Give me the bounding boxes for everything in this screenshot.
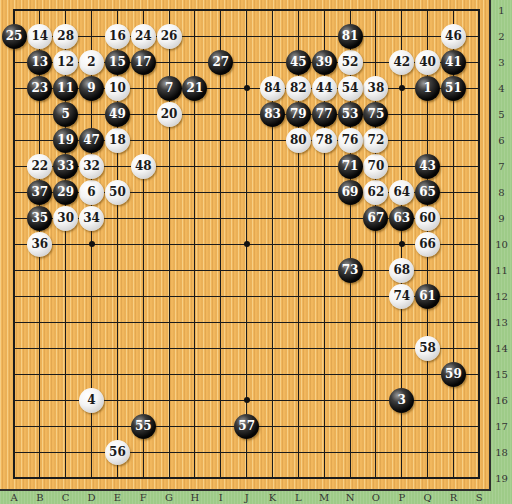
- stone-move-number: 19: [57, 134, 74, 146]
- stone-black-p16[interactable]: 3: [389, 388, 414, 413]
- stone-move-number: 17: [135, 56, 152, 68]
- stone-move-number: 21: [187, 82, 204, 94]
- stone-black-o5[interactable]: 75: [363, 102, 388, 127]
- row-label-9: 9: [491, 213, 512, 224]
- stone-black-n5[interactable]: 53: [338, 102, 363, 127]
- stone-white-o7[interactable]: 70: [363, 154, 388, 179]
- row-label-13: 13: [491, 317, 512, 328]
- stone-move-number: 20: [161, 108, 178, 120]
- stone-move-number: 75: [368, 108, 385, 120]
- stone-black-m3[interactable]: 39: [312, 50, 337, 75]
- stone-white-m6[interactable]: 78: [312, 128, 337, 153]
- stone-white-q14[interactable]: 58: [415, 336, 440, 361]
- stone-move-number: 18: [109, 134, 126, 146]
- stone-move-number: 66: [419, 238, 436, 250]
- stone-move-number: 49: [109, 108, 126, 120]
- stone-move-number: 53: [342, 108, 359, 120]
- stone-move-number: 80: [290, 134, 307, 146]
- stone-move-number: 60: [419, 212, 436, 224]
- row-label-8: 8: [491, 187, 512, 198]
- stone-white-q3[interactable]: 40: [415, 50, 440, 75]
- row-label-1: 1: [491, 5, 512, 16]
- column-label-l: L: [295, 491, 302, 504]
- row-label-10: 10: [491, 239, 512, 250]
- stone-black-n2[interactable]: 81: [338, 24, 363, 49]
- stone-move-number: 72: [368, 134, 385, 146]
- column-label-m: M: [319, 491, 329, 504]
- stone-move-number: 70: [368, 160, 385, 172]
- stone-white-o4[interactable]: 38: [363, 76, 388, 101]
- stone-move-number: 36: [31, 238, 48, 250]
- stone-black-n8[interactable]: 69: [338, 180, 363, 205]
- stone-move-number: 12: [57, 56, 74, 68]
- stone-black-h4[interactable]: 21: [182, 76, 207, 101]
- stone-move-number: 54: [342, 82, 359, 94]
- stone-black-r4[interactable]: 51: [441, 76, 466, 101]
- stone-move-number: 51: [445, 82, 462, 94]
- row-label-3: 3: [491, 57, 512, 68]
- stone-move-number: 55: [135, 420, 152, 432]
- stone-move-number: 64: [393, 186, 410, 198]
- stone-white-p8[interactable]: 64: [389, 180, 414, 205]
- stone-black-q4[interactable]: 1: [415, 76, 440, 101]
- stone-move-number: 59: [445, 368, 462, 380]
- stone-black-j17[interactable]: 57: [234, 414, 259, 439]
- stone-white-p3[interactable]: 42: [389, 50, 414, 75]
- column-label-g: G: [165, 491, 173, 504]
- stone-move-number: 5: [62, 108, 70, 120]
- stone-white-p12[interactable]: 74: [389, 284, 414, 309]
- stone-black-q7[interactable]: 43: [415, 154, 440, 179]
- stone-move-number: 67: [368, 212, 385, 224]
- stone-move-number: 43: [419, 160, 436, 172]
- stone-white-c2[interactable]: 28: [53, 24, 78, 49]
- stone-black-q12[interactable]: 61: [415, 284, 440, 309]
- stone-black-b3[interactable]: 13: [27, 50, 52, 75]
- stone-move-number: 34: [83, 212, 100, 224]
- row-label-5: 5: [491, 109, 512, 120]
- star-point-j10: [244, 241, 250, 247]
- column-label-o: O: [372, 491, 380, 504]
- stone-move-number: 44: [316, 82, 333, 94]
- row-label-15: 15: [491, 369, 512, 380]
- stone-move-number: 68: [393, 264, 410, 276]
- stone-move-number: 1: [423, 82, 431, 94]
- stone-move-number: 22: [31, 160, 48, 172]
- stone-white-q10[interactable]: 66: [415, 232, 440, 257]
- stone-white-c9[interactable]: 30: [53, 206, 78, 231]
- stone-move-number: 25: [6, 30, 23, 42]
- stone-move-number: 39: [316, 56, 333, 68]
- go-board[interactable]: 1234567910111213141516171819202122232425…: [0, 0, 491, 491]
- column-label-j: J: [245, 491, 249, 504]
- column-label-r: R: [450, 491, 458, 504]
- stone-black-e5[interactable]: 49: [105, 102, 130, 127]
- stone-black-l3[interactable]: 45: [286, 50, 311, 75]
- stone-move-number: 47: [83, 134, 100, 146]
- row-label-7: 7: [491, 161, 512, 172]
- stone-black-i3[interactable]: 27: [208, 50, 233, 75]
- stone-white-b7[interactable]: 22: [27, 154, 52, 179]
- stone-black-b8[interactable]: 37: [27, 180, 52, 205]
- stone-black-g4[interactable]: 7: [157, 76, 182, 101]
- stone-move-number: 27: [212, 56, 229, 68]
- stone-move-number: 28: [57, 30, 74, 42]
- stone-move-number: 4: [87, 394, 95, 406]
- stone-white-f2[interactable]: 24: [131, 24, 156, 49]
- stone-move-number: 46: [445, 30, 462, 42]
- stone-move-number: 42: [393, 56, 410, 68]
- stone-move-number: 37: [31, 186, 48, 198]
- stone-black-f3[interactable]: 17: [131, 50, 156, 75]
- stone-white-e4[interactable]: 10: [105, 76, 130, 101]
- star-point-j16: [244, 397, 250, 403]
- stone-white-o6[interactable]: 72: [363, 128, 388, 153]
- bottom-coordinate-strip: ABCDEFGHIJKLMNOPQRS: [0, 491, 491, 504]
- stone-white-g2[interactable]: 26: [157, 24, 182, 49]
- stone-white-e18[interactable]: 56: [105, 440, 130, 465]
- stone-black-l5[interactable]: 79: [286, 102, 311, 127]
- stone-white-g5[interactable]: 20: [157, 102, 182, 127]
- stone-move-number: 62: [368, 186, 385, 198]
- stone-white-o8[interactable]: 62: [363, 180, 388, 205]
- stone-black-a2[interactable]: 25: [2, 24, 27, 49]
- row-label-17: 17: [491, 421, 512, 432]
- stone-black-f17[interactable]: 55: [131, 414, 156, 439]
- stone-white-d16[interactable]: 4: [79, 388, 104, 413]
- column-label-s: S: [476, 491, 483, 504]
- stone-move-number: 26: [161, 30, 178, 42]
- stone-move-number: 40: [419, 56, 436, 68]
- stone-white-b10[interactable]: 36: [27, 232, 52, 257]
- stone-move-number: 11: [57, 82, 74, 94]
- stone-black-b9[interactable]: 35: [27, 206, 52, 231]
- stone-move-number: 32: [83, 160, 100, 172]
- stone-move-number: 35: [31, 212, 48, 224]
- stone-move-number: 15: [109, 56, 126, 68]
- stone-move-number: 10: [109, 82, 126, 94]
- stone-move-number: 16: [109, 30, 126, 42]
- stone-move-number: 6: [87, 186, 95, 198]
- stone-black-e3[interactable]: 15: [105, 50, 130, 75]
- stone-black-c5[interactable]: 5: [53, 102, 78, 127]
- stone-move-number: 63: [393, 212, 410, 224]
- stone-white-m4[interactable]: 44: [312, 76, 337, 101]
- stone-move-number: 83: [264, 108, 281, 120]
- stone-move-number: 7: [165, 82, 173, 94]
- stone-white-l4[interactable]: 82: [286, 76, 311, 101]
- stone-move-number: 78: [316, 134, 333, 146]
- column-label-q: Q: [423, 491, 431, 504]
- stone-white-e2[interactable]: 16: [105, 24, 130, 49]
- stone-black-o9[interactable]: 67: [363, 206, 388, 231]
- row-label-4: 4: [491, 83, 512, 94]
- row-label-11: 11: [491, 265, 512, 276]
- row-label-16: 16: [491, 395, 512, 406]
- stone-move-number: 50: [109, 186, 126, 198]
- stone-white-f7[interactable]: 48: [131, 154, 156, 179]
- stone-white-d7[interactable]: 32: [79, 154, 104, 179]
- star-point-p4: [399, 85, 405, 91]
- stone-move-number: 38: [368, 82, 385, 94]
- stone-move-number: 45: [290, 56, 307, 68]
- stone-move-number: 74: [393, 290, 410, 302]
- stone-move-number: 41: [445, 56, 462, 68]
- stone-black-k5[interactable]: 83: [260, 102, 285, 127]
- row-label-19: 19: [491, 473, 512, 484]
- stone-move-number: 79: [290, 108, 307, 120]
- stone-white-d8[interactable]: 6: [79, 180, 104, 205]
- stone-move-number: 56: [109, 446, 126, 458]
- stone-black-c8[interactable]: 29: [53, 180, 78, 205]
- stone-white-n4[interactable]: 54: [338, 76, 363, 101]
- stone-black-r15[interactable]: 59: [441, 362, 466, 387]
- stone-white-n6[interactable]: 76: [338, 128, 363, 153]
- stone-black-m5[interactable]: 77: [312, 102, 337, 127]
- column-label-a: A: [10, 491, 17, 504]
- stone-white-n3[interactable]: 52: [338, 50, 363, 75]
- stone-move-number: 33: [57, 160, 74, 172]
- stone-move-number: 58: [419, 342, 436, 354]
- stone-black-p9[interactable]: 63: [389, 206, 414, 231]
- stone-move-number: 77: [316, 108, 333, 120]
- stone-move-number: 3: [398, 394, 406, 406]
- star-point-p10: [399, 241, 405, 247]
- stone-white-d3[interactable]: 2: [79, 50, 104, 75]
- star-point-j4: [244, 85, 250, 91]
- stone-white-d9[interactable]: 34: [79, 206, 104, 231]
- row-label-14: 14: [491, 343, 512, 354]
- stone-white-b2[interactable]: 14: [27, 24, 52, 49]
- column-label-p: P: [398, 491, 405, 504]
- row-label-12: 12: [491, 291, 512, 302]
- stone-black-d4[interactable]: 9: [79, 76, 104, 101]
- stone-black-n11[interactable]: 73: [338, 258, 363, 283]
- stone-white-p11[interactable]: 68: [389, 258, 414, 283]
- stone-move-number: 23: [31, 82, 48, 94]
- stone-white-k4[interactable]: 84: [260, 76, 285, 101]
- column-label-b: B: [36, 491, 43, 504]
- star-point-d10: [89, 241, 95, 247]
- column-label-e: E: [114, 491, 121, 504]
- stone-black-r3[interactable]: 41: [441, 50, 466, 75]
- stone-move-number: 69: [342, 186, 359, 198]
- column-label-i: I: [219, 491, 223, 504]
- stone-move-number: 84: [264, 82, 281, 94]
- stone-move-number: 2: [87, 56, 95, 68]
- stone-move-number: 57: [238, 420, 255, 432]
- stone-move-number: 73: [342, 264, 359, 276]
- stone-move-number: 30: [57, 212, 74, 224]
- row-label-6: 6: [491, 135, 512, 146]
- stone-black-c7[interactable]: 33: [53, 154, 78, 179]
- column-label-f: F: [140, 491, 147, 504]
- stone-move-number: 76: [342, 134, 359, 146]
- stone-black-q8[interactable]: 65: [415, 180, 440, 205]
- stone-black-c4[interactable]: 11: [53, 76, 78, 101]
- stone-black-c6[interactable]: 19: [53, 128, 78, 153]
- stone-white-e6[interactable]: 18: [105, 128, 130, 153]
- stone-move-number: 48: [135, 160, 152, 172]
- column-label-n: N: [346, 491, 355, 504]
- column-label-d: D: [88, 491, 96, 504]
- stone-black-d6[interactable]: 47: [79, 128, 104, 153]
- stone-black-b4[interactable]: 23: [27, 76, 52, 101]
- column-label-h: H: [191, 491, 200, 504]
- stone-move-number: 13: [31, 56, 48, 68]
- column-label-k: K: [269, 491, 276, 504]
- row-label-2: 2: [491, 31, 512, 42]
- go-diagram: 1234567910111213141516171819202122232425…: [0, 0, 512, 504]
- stone-move-number: 71: [342, 160, 359, 172]
- column-label-c: C: [62, 491, 70, 504]
- stone-move-number: 81: [342, 30, 359, 42]
- stone-white-q9[interactable]: 60: [415, 206, 440, 231]
- stone-move-number: 61: [419, 290, 436, 302]
- stone-white-r2[interactable]: 46: [441, 24, 466, 49]
- stone-move-number: 24: [135, 30, 152, 42]
- stone-move-number: 52: [342, 56, 359, 68]
- right-coordinate-strip: 12345678910111213141516171819: [491, 0, 512, 504]
- stone-move-number: 14: [31, 30, 48, 42]
- row-label-18: 18: [491, 447, 512, 458]
- stone-black-n7[interactable]: 71: [338, 154, 363, 179]
- stone-move-number: 29: [57, 186, 74, 198]
- stone-move-number: 9: [87, 82, 95, 94]
- stone-white-c3[interactable]: 12: [53, 50, 78, 75]
- stone-white-l6[interactable]: 80: [286, 128, 311, 153]
- stone-move-number: 65: [419, 186, 436, 198]
- stone-move-number: 82: [290, 82, 307, 94]
- stone-white-e8[interactable]: 50: [105, 180, 130, 205]
